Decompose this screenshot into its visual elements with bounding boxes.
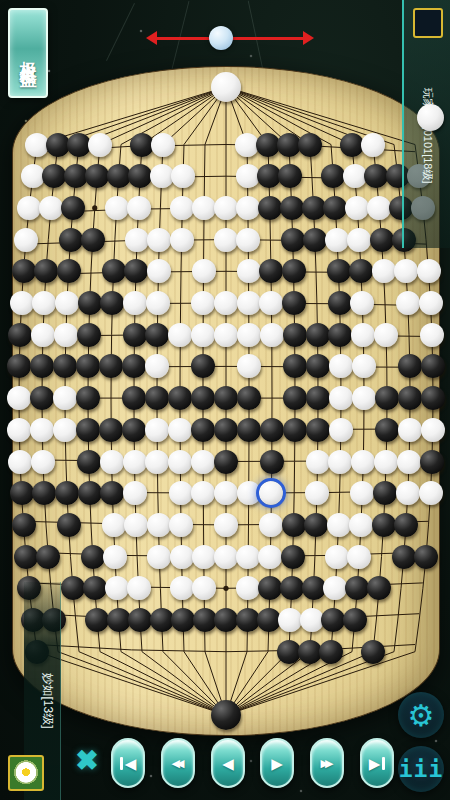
black-stone (14, 545, 38, 569)
white-stone (123, 481, 147, 505)
white-stone (325, 228, 349, 252)
black-stone (306, 386, 330, 410)
black-stone (278, 164, 302, 188)
white-stone (259, 513, 283, 537)
black-stone (76, 386, 100, 410)
white-stone (168, 450, 192, 474)
next-move-icon: ▶ (271, 756, 283, 771)
black-stone (12, 513, 36, 537)
white-stone (343, 164, 367, 188)
black-stone (319, 640, 343, 664)
white-stone (351, 450, 375, 474)
white-stone (237, 354, 261, 378)
black-stone (375, 386, 399, 410)
white-stone (329, 418, 353, 442)
white-stone (170, 228, 194, 252)
black-stone (64, 164, 88, 188)
white-stone (191, 481, 215, 505)
black-stone (214, 608, 238, 632)
black-stone (349, 259, 373, 283)
white-stone (345, 196, 369, 220)
black-stone (298, 133, 322, 157)
white-stone (147, 228, 171, 252)
white-stone (147, 259, 171, 283)
black-stone (102, 259, 126, 283)
white-stone (396, 291, 420, 315)
white-stone (420, 323, 444, 347)
black-stone (168, 386, 192, 410)
black-stone (124, 259, 148, 283)
black-stone (237, 386, 261, 410)
white-stone (191, 291, 215, 315)
white-stone (147, 513, 171, 537)
black-stone (282, 259, 306, 283)
white-stone (236, 196, 260, 220)
black-stone (30, 354, 54, 378)
white-stone (17, 196, 41, 220)
white-stone (214, 228, 238, 252)
black-stone (36, 545, 60, 569)
black-stone (100, 481, 124, 505)
white-stone (419, 291, 443, 315)
white-stone (211, 72, 241, 102)
white-stone (192, 545, 216, 569)
black-stone (394, 513, 418, 537)
board-mode-badge: 极点棋盘 (8, 8, 48, 98)
white-stone (329, 386, 353, 410)
white-stone (351, 323, 375, 347)
black-stone (420, 450, 444, 474)
white-stone (260, 323, 284, 347)
black-stone (283, 354, 307, 378)
first-move-button[interactable]: ◀ (111, 738, 145, 788)
white-stone (305, 481, 329, 505)
white-stone (419, 481, 443, 505)
prev-move-icon: ◀ (222, 756, 234, 771)
star-field (0, 0, 2, 2)
white-player-avatar[interactable] (413, 8, 443, 38)
black-stone (414, 545, 438, 569)
white-stone (214, 481, 238, 505)
black-stone (328, 323, 352, 347)
bars-icon: iii (399, 756, 444, 782)
white-stone (125, 228, 149, 252)
black-stone (283, 323, 307, 347)
black-stone (193, 608, 217, 632)
white-stone (170, 576, 194, 600)
white-stone (127, 576, 151, 600)
black-stone (81, 545, 105, 569)
black-stone (257, 608, 281, 632)
black-stone (280, 576, 304, 600)
white-stone (300, 608, 324, 632)
white-stone (237, 259, 261, 283)
white-stone (352, 354, 376, 378)
black-stone (282, 513, 306, 537)
black-stone (214, 386, 238, 410)
black-stone (375, 418, 399, 442)
white-stone (237, 481, 261, 505)
white-stone (374, 450, 398, 474)
white-stone (14, 228, 38, 252)
black-stone (421, 354, 445, 378)
black-stone (99, 354, 123, 378)
rotate-board-slider[interactable] (146, 26, 314, 50)
white-stone (169, 513, 193, 537)
black-stone (12, 259, 36, 283)
black-stone (100, 291, 124, 315)
white-stone (100, 450, 124, 474)
black-player-avatar lotus-avatar[interactable] (8, 755, 44, 791)
white-stone (259, 291, 283, 315)
black-stone (171, 608, 195, 632)
first-move-icon: ◀ (125, 756, 137, 771)
white-stone (53, 386, 77, 410)
black-stone (258, 196, 282, 220)
white-stone (10, 291, 34, 315)
white-stone (352, 386, 376, 410)
white-stone (124, 513, 148, 537)
white-stone (347, 228, 371, 252)
black-stone (83, 576, 107, 600)
meridian-line (106, 3, 135, 61)
black-stone (257, 164, 281, 188)
black-stone (214, 418, 238, 442)
white-stone (350, 481, 374, 505)
fast-rewind-icon: ◀◀ (172, 758, 181, 769)
white-stone (39, 196, 63, 220)
fast-rewind-button[interactable]: ◀◀ (161, 738, 195, 788)
black-stone (128, 608, 152, 632)
next-move-button[interactable]: ▶ (260, 738, 294, 788)
black-stone (42, 164, 66, 188)
black-stone (328, 291, 352, 315)
white-stone (191, 450, 215, 474)
white-stone (105, 576, 129, 600)
white-stone (192, 196, 216, 220)
black-player-name: 妙如[13级] (39, 638, 56, 764)
white-stone (214, 291, 238, 315)
black-stone (236, 608, 260, 632)
black-stone (123, 323, 147, 347)
white-stone (146, 291, 170, 315)
black-stone (32, 481, 56, 505)
white-stone (214, 323, 238, 347)
white-stone (347, 545, 371, 569)
white-stone (397, 450, 421, 474)
black-stone (302, 576, 326, 600)
last-move-stone (259, 481, 283, 505)
black-stone (128, 164, 152, 188)
white-stone (214, 196, 238, 220)
white-stone (170, 196, 194, 220)
prev-move-button[interactable]: ◀ (211, 738, 245, 788)
black-stone (370, 228, 394, 252)
white-stone (102, 513, 126, 537)
black-stone (122, 386, 146, 410)
black-stone (150, 608, 174, 632)
white-stone (53, 418, 77, 442)
black-stone (55, 481, 79, 505)
white-stone (394, 259, 418, 283)
close-icon: ✖ (75, 745, 98, 776)
black-stone (76, 354, 100, 378)
close-button[interactable]: ✖ (70, 744, 104, 778)
white-stone (396, 481, 420, 505)
black-stone (303, 228, 327, 252)
black-stone (30, 386, 54, 410)
white-stone (105, 196, 129, 220)
board-mode-label: 极点棋盘 (17, 47, 40, 59)
white-stone (145, 354, 169, 378)
black-stone (99, 418, 123, 442)
black-stone (59, 228, 83, 252)
white-stone (374, 323, 398, 347)
black-stone (145, 323, 169, 347)
bar-icon (382, 757, 385, 770)
black-stone (306, 323, 330, 347)
black-stone (107, 608, 131, 632)
white-stone (30, 418, 54, 442)
black-stone (260, 418, 284, 442)
black-stone (53, 354, 77, 378)
fast-forward-button[interactable]: ▶▶ (310, 738, 344, 788)
black-stone (280, 196, 304, 220)
white-stone (214, 513, 238, 537)
white-stone (328, 450, 352, 474)
black-stone (34, 259, 58, 283)
black-stone (57, 513, 81, 537)
white-stone (329, 354, 353, 378)
white-stone (349, 513, 373, 537)
black-stone (214, 450, 238, 474)
last-move-icon: ▶ (369, 756, 381, 771)
black-stone (85, 608, 109, 632)
white-stone (214, 545, 238, 569)
black-stone (258, 576, 282, 600)
white-stone (8, 450, 32, 474)
white-stone (7, 386, 31, 410)
black-stone (321, 164, 345, 188)
black-stone (78, 291, 102, 315)
white-stone (361, 133, 385, 157)
white-stone (55, 291, 79, 315)
black-stone (343, 608, 367, 632)
go-board[interactable] (12, 66, 440, 736)
black-stone (260, 450, 284, 474)
white-stone (88, 133, 112, 157)
white-stone (127, 196, 151, 220)
white-stone (171, 164, 195, 188)
white-stone (237, 323, 261, 347)
analysis-button[interactable]: iii (398, 746, 444, 792)
black-stone (372, 513, 396, 537)
white-stone (145, 450, 169, 474)
black-stone (10, 481, 34, 505)
black-stone (281, 545, 305, 569)
black-stone (211, 700, 241, 730)
black-stone (283, 386, 307, 410)
white-stone (145, 418, 169, 442)
white-stone (151, 133, 175, 157)
black-stone (259, 259, 283, 283)
arrow-right-icon (303, 31, 314, 45)
white-stone (236, 545, 260, 569)
settings-button[interactable]: ⚙ (398, 692, 444, 738)
white-stone (7, 418, 31, 442)
black-stone (327, 259, 351, 283)
white-stone (31, 450, 55, 474)
white-stone (123, 291, 147, 315)
black-stone (306, 418, 330, 442)
black-stone (107, 164, 131, 188)
black-stone (281, 228, 305, 252)
black-stone (304, 513, 328, 537)
black-stone (398, 386, 422, 410)
black-stone (85, 164, 109, 188)
black-stone (61, 196, 85, 220)
white-stone (150, 164, 174, 188)
stones-layer (13, 67, 439, 735)
black-stone (323, 196, 347, 220)
black-stone (421, 386, 445, 410)
gear-icon: ⚙ (408, 698, 435, 733)
white-player-name: 玩家Lzlq0101[18级] (420, 61, 435, 211)
black-stone (364, 164, 388, 188)
black-stone (283, 418, 307, 442)
white-stone (123, 450, 147, 474)
white-stone (236, 164, 260, 188)
white-stone (236, 576, 260, 600)
black-stone (7, 354, 31, 378)
white-stone (236, 228, 260, 252)
black-stone (361, 640, 385, 664)
black-stone (191, 386, 215, 410)
black-stone (392, 545, 416, 569)
white-stone (54, 323, 78, 347)
black-stone (78, 481, 102, 505)
black-stone (61, 576, 85, 600)
last-move-button[interactable]: ▶ (360, 738, 394, 788)
white-stone (31, 323, 55, 347)
black-stone (398, 354, 422, 378)
black-stone (191, 354, 215, 378)
slider-handle[interactable] (209, 26, 233, 50)
white-stone (258, 545, 282, 569)
white-stone (372, 259, 396, 283)
bar-icon (120, 757, 123, 770)
white-stone (323, 576, 347, 600)
black-stone (8, 323, 32, 347)
white-stone (192, 259, 216, 283)
white-stone (398, 418, 422, 442)
black-stone (373, 481, 397, 505)
white-stone (103, 545, 127, 569)
black-stone (306, 354, 330, 378)
white-stone (325, 545, 349, 569)
black-stone (76, 418, 100, 442)
black-stone (77, 323, 101, 347)
black-stone (191, 418, 215, 442)
black-stone (237, 418, 261, 442)
white-stone (21, 164, 45, 188)
black-stone (122, 418, 146, 442)
white-stone (417, 259, 441, 283)
black-stone (122, 354, 146, 378)
white-stone (367, 196, 391, 220)
black-stone (282, 291, 306, 315)
black-stone (321, 608, 345, 632)
fast-forward-icon: ▶▶ (321, 758, 330, 769)
white-stone (191, 323, 215, 347)
white-stone (278, 608, 302, 632)
white-stone (327, 513, 351, 537)
white-stone-indicator (417, 104, 444, 131)
black-stone (77, 450, 101, 474)
white-stone (168, 418, 192, 442)
black-stone (367, 576, 391, 600)
white-stone (350, 291, 374, 315)
white-stone (169, 481, 193, 505)
white-stone (32, 291, 56, 315)
white-stone (168, 323, 192, 347)
black-stone (81, 228, 105, 252)
white-stone (421, 418, 445, 442)
black-stone (57, 259, 81, 283)
white-stone (306, 450, 330, 474)
white-stone (170, 545, 194, 569)
white-stone (147, 545, 171, 569)
white-stone (192, 576, 216, 600)
black-stone (302, 196, 326, 220)
black-stone (345, 576, 369, 600)
white-stone (237, 291, 261, 315)
black-stone (145, 386, 169, 410)
